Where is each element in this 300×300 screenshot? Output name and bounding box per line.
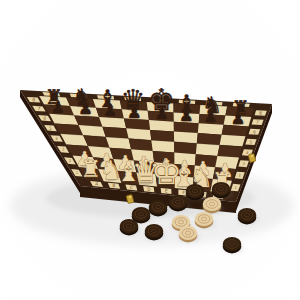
checker-dark — [223, 237, 243, 253]
coordinate-rank-left: 2 — [69, 159, 71, 163]
square-g5 — [197, 133, 222, 145]
piece-black-pawn-f7: ♟ — [179, 105, 194, 125]
square-g4 — [196, 143, 220, 156]
chess-scene-canvas: 8877665544332211AABBCCDDEEFFGGHH ♜♞♝♛♚♝♟… — [0, 0, 300, 300]
square-h5 — [220, 135, 246, 147]
coordinate-rank-right: 8 — [259, 110, 262, 115]
piece-black-pawn-b7: ♟ — [78, 98, 93, 118]
square-h4 — [217, 145, 242, 158]
piece-black-pawn-a7: ♟ — [51, 97, 66, 117]
square-e4 — [151, 140, 174, 152]
coordinate-rank-left: 1 — [76, 171, 79, 175]
piece-black-pawn-h7: ♟ — [231, 108, 246, 128]
coordinate-rank-right: 1 — [234, 185, 237, 189]
piece-black-pawn-d7: ♟ — [127, 102, 142, 122]
coordinate-rank-right: 2 — [238, 173, 240, 177]
piece-black-pawn-e7: ♟ — [155, 103, 170, 123]
piece-white-rook-a1: ♜ — [80, 156, 101, 182]
chess-set-photo: 8877665544332211AABBCCDDEEFFGGHH ♜♞♝♛♚♝♟… — [0, 0, 300, 300]
coordinate-rank-right: 7 — [256, 120, 259, 125]
coordinate-rank-left: 3 — [62, 147, 65, 151]
piece-black-pawn-g7: ♟ — [203, 106, 218, 126]
coordinate-rank-right: 3 — [242, 162, 245, 166]
coordinate-rank-left: 8 — [32, 97, 35, 102]
piece-black-pawn-c7: ♟ — [103, 100, 118, 120]
